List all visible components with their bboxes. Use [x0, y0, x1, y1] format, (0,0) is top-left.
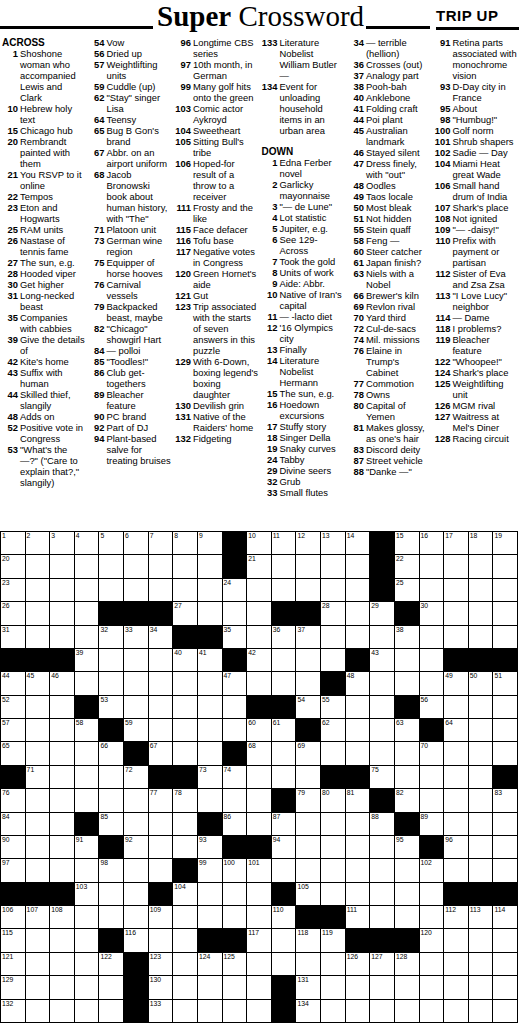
grid-cell-r15c13[interactable] — [296, 859, 321, 882]
grid-cell-r10c8[interactable] — [173, 742, 198, 765]
grid-cell-r9c2[interactable] — [26, 719, 51, 742]
grid-cell-r9c3[interactable] — [50, 719, 75, 742]
grid-cell-r12c21[interactable]: 83 — [493, 789, 518, 812]
grid-cell-r4c1[interactable]: 26 — [1, 602, 26, 625]
grid-cell-r21c11[interactable] — [247, 1000, 272, 1023]
grid-cell-r5c14[interactable] — [321, 626, 346, 649]
grid-cell-r12c4[interactable] — [75, 789, 100, 812]
grid-cell-r1c11[interactable]: 10 — [247, 532, 272, 555]
grid-cell-r8c2[interactable] — [26, 696, 51, 719]
grid-cell-r5c20[interactable] — [469, 626, 494, 649]
grid-cell-r9c16[interactable] — [370, 719, 395, 742]
grid-cell-r7c13[interactable] — [296, 672, 321, 695]
grid-cell-r4c9[interactable] — [198, 602, 223, 625]
grid-cell-r9c10[interactable] — [223, 719, 248, 742]
grid-cell-r7c19[interactable]: 49 — [444, 672, 469, 695]
grid-cell-r5c12[interactable]: 36 — [272, 626, 297, 649]
grid-cell-r16c4[interactable]: 103 — [75, 883, 100, 906]
grid-cell-r7c15[interactable]: 48 — [346, 672, 371, 695]
grid-cell-r5c3[interactable] — [50, 626, 75, 649]
grid-cell-r19c18[interactable] — [420, 953, 445, 976]
grid-cell-r21c16[interactable] — [370, 1000, 395, 1023]
grid-cell-r14c12[interactable]: 94 — [272, 836, 297, 859]
grid-cell-r16c8[interactable]: 104 — [173, 883, 198, 906]
grid-cell-r6c17[interactable] — [395, 649, 420, 672]
grid-cell-r8c14[interactable]: 55 — [321, 696, 346, 719]
grid-cell-r4c14[interactable]: 28 — [321, 602, 346, 625]
grid-cell-r5c19[interactable] — [444, 626, 469, 649]
grid-cell-r17c4[interactable] — [75, 906, 100, 929]
grid-cell-r2c17[interactable]: 22 — [395, 555, 420, 578]
grid-cell-r8c10[interactable] — [223, 696, 248, 719]
grid-cell-r14c13[interactable] — [296, 836, 321, 859]
grid-cell-r3c11[interactable] — [247, 579, 272, 602]
grid-cell-r18c20[interactable] — [469, 929, 494, 952]
grid-cell-r17c12[interactable]: 110 — [272, 906, 297, 929]
grid-cell-r11c5[interactable] — [99, 766, 124, 789]
grid-cell-r9c21[interactable] — [493, 719, 518, 742]
grid-cell-r10c17[interactable] — [395, 742, 420, 765]
grid-cell-r17c18[interactable] — [420, 906, 445, 929]
grid-cell-r9c4[interactable]: 58 — [75, 719, 100, 742]
grid-cell-r13c6[interactable] — [124, 813, 149, 836]
grid-cell-r19c8[interactable] — [173, 953, 198, 976]
grid-cell-r3c15[interactable] — [346, 579, 371, 602]
grid-cell-r18c6[interactable]: 116 — [124, 929, 149, 952]
grid-cell-r13c5[interactable]: 85 — [99, 813, 124, 836]
grid-cell-r15c7[interactable] — [149, 859, 174, 882]
grid-cell-r1c9[interactable]: 9 — [198, 532, 223, 555]
grid-cell-r16c14[interactable] — [321, 883, 346, 906]
grid-cell-r6c13[interactable] — [296, 649, 321, 672]
grid-cell-r1c20[interactable]: 18 — [469, 532, 494, 555]
grid-cell-r5c4[interactable] — [75, 626, 100, 649]
grid-cell-r9c14[interactable]: 62 — [321, 719, 346, 742]
grid-cell-r17c1[interactable]: 106 — [1, 906, 26, 929]
grid-cell-r19c16[interactable]: 127 — [370, 953, 395, 976]
grid-cell-r7c12[interactable] — [272, 672, 297, 695]
grid-cell-r7c3[interactable]: 46 — [50, 672, 75, 695]
grid-cell-r14c15[interactable] — [346, 836, 371, 859]
grid-cell-r18c3[interactable] — [50, 929, 75, 952]
grid-cell-r9c15[interactable] — [346, 719, 371, 742]
grid-cell-r15c1[interactable]: 97 — [1, 859, 26, 882]
grid-cell-r21c13[interactable]: 134 — [296, 1000, 321, 1023]
grid-cell-r12c7[interactable]: 77 — [149, 789, 174, 812]
grid-cell-r11c12[interactable] — [272, 766, 297, 789]
grid-cell-r8c20[interactable] — [469, 696, 494, 719]
grid-cell-r8c18[interactable]: 56 — [420, 696, 445, 719]
grid-cell-r13c13[interactable] — [296, 813, 321, 836]
grid-cell-r6c12[interactable] — [272, 649, 297, 672]
grid-cell-r17c20[interactable]: 113 — [469, 906, 494, 929]
grid-cell-r7c6[interactable] — [124, 672, 149, 695]
grid-cell-r19c7[interactable]: 123 — [149, 953, 174, 976]
grid-cell-r19c12[interactable] — [272, 953, 297, 976]
grid-cell-r2c18[interactable] — [420, 555, 445, 578]
grid-cell-r21c17[interactable] — [395, 1000, 420, 1023]
grid-cell-r2c7[interactable] — [149, 555, 174, 578]
grid-cell-r5c7[interactable]: 34 — [149, 626, 174, 649]
grid-cell-r7c9[interactable] — [198, 672, 223, 695]
grid-cell-r18c21[interactable] — [493, 929, 518, 952]
grid-cell-r7c21[interactable]: 51 — [493, 672, 518, 695]
grid-cell-r1c19[interactable]: 17 — [444, 532, 469, 555]
grid-cell-r5c5[interactable]: 32 — [99, 626, 124, 649]
grid-cell-r17c6[interactable] — [124, 906, 149, 929]
grid-cell-r4c3[interactable] — [50, 602, 75, 625]
grid-cell-r11c10[interactable]: 74 — [223, 766, 248, 789]
grid-cell-r19c4[interactable] — [75, 953, 100, 976]
grid-cell-r8c5[interactable]: 53 — [99, 696, 124, 719]
grid-cell-r2c8[interactable] — [173, 555, 198, 578]
grid-cell-r3c5[interactable] — [99, 579, 124, 602]
grid-cell-r12c19[interactable] — [444, 789, 469, 812]
grid-cell-r8c7[interactable] — [149, 696, 174, 719]
grid-cell-r9c19[interactable]: 64 — [444, 719, 469, 742]
grid-cell-r16c10[interactable] — [223, 883, 248, 906]
grid-cell-r2c20[interactable] — [469, 555, 494, 578]
grid-cell-r4c4[interactable] — [75, 602, 100, 625]
grid-cell-r1c7[interactable]: 7 — [149, 532, 174, 555]
grid-cell-r19c17[interactable]: 128 — [395, 953, 420, 976]
grid-cell-r5c18[interactable] — [420, 626, 445, 649]
grid-cell-r6c5[interactable] — [99, 649, 124, 672]
grid-cell-r14c3[interactable] — [50, 836, 75, 859]
grid-cell-r16c15[interactable] — [346, 883, 371, 906]
grid-cell-r15c10[interactable]: 100 — [223, 859, 248, 882]
grid-cell-r5c13[interactable]: 37 — [296, 626, 321, 649]
grid-cell-r8c8[interactable] — [173, 696, 198, 719]
grid-cell-r12c2[interactable] — [26, 789, 51, 812]
grid-cell-r17c10[interactable] — [223, 906, 248, 929]
grid-cell-r5c21[interactable] — [493, 626, 518, 649]
grid-cell-r20c18[interactable] — [420, 976, 445, 999]
grid-cell-r16c16[interactable] — [370, 883, 395, 906]
grid-cell-r10c18[interactable]: 70 — [420, 742, 445, 765]
grid-cell-r2c6[interactable] — [124, 555, 149, 578]
grid-cell-r12c15[interactable]: 81 — [346, 789, 371, 812]
grid-cell-r20c14[interactable] — [321, 976, 346, 999]
grid-cell-r7c2[interactable]: 45 — [26, 672, 51, 695]
grid-cell-r19c20[interactable] — [469, 953, 494, 976]
grid-cell-r15c3[interactable] — [50, 859, 75, 882]
grid-cell-r18c12[interactable] — [272, 929, 297, 952]
grid-cell-r8c1[interactable]: 52 — [1, 696, 26, 719]
grid-cell-r20c10[interactable] — [223, 976, 248, 999]
grid-cell-r8c9[interactable] — [198, 696, 223, 719]
grid-cell-r19c5[interactable]: 122 — [99, 953, 124, 976]
grid-cell-r13c18[interactable]: 89 — [420, 813, 445, 836]
grid-cell-r17c11[interactable] — [247, 906, 272, 929]
grid-cell-r5c6[interactable]: 33 — [124, 626, 149, 649]
grid-cell-r1c5[interactable]: 5 — [99, 532, 124, 555]
grid-cell-r13c15[interactable] — [346, 813, 371, 836]
grid-cell-r18c14[interactable]: 119 — [321, 929, 346, 952]
grid-cell-r20c8[interactable] — [173, 976, 198, 999]
grid-cell-r14c20[interactable] — [469, 836, 494, 859]
grid-cell-r10c1[interactable]: 65 — [1, 742, 26, 765]
grid-cell-r14c16[interactable] — [370, 836, 395, 859]
grid-cell-r14c9[interactable]: 93 — [198, 836, 223, 859]
grid-cell-r10c7[interactable]: 67 — [149, 742, 174, 765]
grid-cell-r12c17[interactable]: 82 — [395, 789, 420, 812]
grid-cell-r15c20[interactable] — [469, 859, 494, 882]
grid-cell-r14c1[interactable]: 90 — [1, 836, 26, 859]
grid-cell-r21c15[interactable] — [346, 1000, 371, 1023]
grid-cell-r1c21[interactable]: 19 — [493, 532, 518, 555]
grid-cell-r11c16[interactable]: 75 — [370, 766, 395, 789]
grid-cell-r15c15[interactable] — [346, 859, 371, 882]
grid-cell-r3c18[interactable] — [420, 579, 445, 602]
grid-cell-r5c17[interactable]: 38 — [395, 626, 420, 649]
grid-cell-r13c8[interactable] — [173, 813, 198, 836]
grid-cell-r3c7[interactable] — [149, 579, 174, 602]
grid-cell-r21c10[interactable] — [223, 1000, 248, 1023]
grid-cell-r1c17[interactable]: 15 — [395, 532, 420, 555]
grid-cell-r9c11[interactable]: 60 — [247, 719, 272, 742]
grid-cell-r17c8[interactable] — [173, 906, 198, 929]
grid-cell-r3c2[interactable] — [26, 579, 51, 602]
grid-cell-r14c21[interactable] — [493, 836, 518, 859]
grid-cell-r3c17[interactable]: 25 — [395, 579, 420, 602]
grid-cell-r10c20[interactable] — [469, 742, 494, 765]
grid-cell-r10c11[interactable]: 68 — [247, 742, 272, 765]
grid-cell-r4c8[interactable]: 27 — [173, 602, 198, 625]
grid-cell-r21c1[interactable]: 132 — [1, 1000, 26, 1023]
grid-cell-r18c18[interactable]: 120 — [420, 929, 445, 952]
grid-cell-r3c10[interactable]: 24 — [223, 579, 248, 602]
grid-cell-r15c5[interactable]: 98 — [99, 859, 124, 882]
grid-cell-r8c13[interactable]: 54 — [296, 696, 321, 719]
grid-cell-r20c13[interactable]: 131 — [296, 976, 321, 999]
grid-cell-r16c17[interactable] — [395, 883, 420, 906]
grid-cell-r17c17[interactable] — [395, 906, 420, 929]
grid-cell-r4c10[interactable] — [223, 602, 248, 625]
grid-cell-r14c4[interactable]: 91 — [75, 836, 100, 859]
grid-cell-r14c2[interactable] — [26, 836, 51, 859]
grid-cell-r9c20[interactable] — [469, 719, 494, 742]
grid-cell-r18c2[interactable] — [26, 929, 51, 952]
grid-cell-r13c21[interactable] — [493, 813, 518, 836]
grid-cell-r3c12[interactable] — [272, 579, 297, 602]
grid-cell-r1c2[interactable]: 2 — [26, 532, 51, 555]
grid-cell-r7c16[interactable] — [370, 672, 395, 695]
grid-cell-r11c6[interactable]: 72 — [124, 766, 149, 789]
grid-cell-r12c18[interactable] — [420, 789, 445, 812]
grid-cell-r10c16[interactable] — [370, 742, 395, 765]
grid-cell-r11c9[interactable]: 73 — [198, 766, 223, 789]
grid-cell-r7c17[interactable] — [395, 672, 420, 695]
grid-cell-r6c8[interactable]: 40 — [173, 649, 198, 672]
grid-cell-r20c1[interactable]: 129 — [1, 976, 26, 999]
grid-cell-r3c3[interactable] — [50, 579, 75, 602]
grid-cell-r5c16[interactable] — [370, 626, 395, 649]
grid-cell-r5c10[interactable]: 35 — [223, 626, 248, 649]
grid-cell-r9c7[interactable] — [149, 719, 174, 742]
grid-cell-r2c11[interactable]: 21 — [247, 555, 272, 578]
grid-cell-r18c7[interactable] — [149, 929, 174, 952]
grid-cell-r15c12[interactable] — [272, 859, 297, 882]
grid-cell-r19c19[interactable] — [444, 953, 469, 976]
grid-cell-r14c8[interactable] — [173, 836, 198, 859]
grid-cell-r2c15[interactable] — [346, 555, 371, 578]
grid-cell-r21c20[interactable] — [469, 1000, 494, 1023]
grid-cell-r17c19[interactable]: 112 — [444, 906, 469, 929]
grid-cell-r16c13[interactable]: 105 — [296, 883, 321, 906]
grid-cell-r3c14[interactable] — [321, 579, 346, 602]
grid-cell-r10c2[interactable] — [26, 742, 51, 765]
grid-cell-r2c9[interactable] — [198, 555, 223, 578]
grid-cell-r1c18[interactable]: 16 — [420, 532, 445, 555]
grid-cell-r3c13[interactable] — [296, 579, 321, 602]
grid-cell-r12c1[interactable]: 76 — [1, 789, 26, 812]
grid-cell-r8c19[interactable] — [444, 696, 469, 719]
grid-cell-r17c15[interactable]: 111 — [346, 906, 371, 929]
grid-cell-r6c7[interactable] — [149, 649, 174, 672]
grid-cell-r2c3[interactable] — [50, 555, 75, 578]
grid-cell-r20c21[interactable] — [493, 976, 518, 999]
grid-cell-r8c15[interactable] — [346, 696, 371, 719]
grid-cell-r2c19[interactable] — [444, 555, 469, 578]
grid-cell-r19c1[interactable]: 121 — [1, 953, 26, 976]
grid-cell-r18c4[interactable] — [75, 929, 100, 952]
grid-cell-r15c6[interactable] — [124, 859, 149, 882]
grid-cell-r15c19[interactable] — [444, 859, 469, 882]
grid-cell-r21c9[interactable] — [198, 1000, 223, 1023]
grid-cell-r10c19[interactable] — [444, 742, 469, 765]
grid-cell-r7c11[interactable] — [247, 672, 272, 695]
grid-cell-r12c10[interactable] — [223, 789, 248, 812]
grid-cell-r13c20[interactable] — [469, 813, 494, 836]
grid-cell-r20c9[interactable] — [198, 976, 223, 999]
grid-cell-r11c19[interactable] — [444, 766, 469, 789]
grid-cell-r21c3[interactable] — [50, 1000, 75, 1023]
grid-cell-r9c8[interactable] — [173, 719, 198, 742]
grid-cell-r16c9[interactable] — [198, 883, 223, 906]
grid-cell-r19c10[interactable]: 125 — [223, 953, 248, 976]
grid-cell-r17c2[interactable]: 107 — [26, 906, 51, 929]
grid-cell-r12c5[interactable] — [99, 789, 124, 812]
grid-cell-r11c2[interactable]: 71 — [26, 766, 51, 789]
grid-cell-r15c21[interactable] — [493, 859, 518, 882]
grid-cell-r10c21[interactable] — [493, 742, 518, 765]
grid-cell-r4c20[interactable] — [469, 602, 494, 625]
grid-cell-r9c17[interactable]: 63 — [395, 719, 420, 742]
grid-cell-r2c4[interactable] — [75, 555, 100, 578]
grid-cell-r14c6[interactable]: 92 — [124, 836, 149, 859]
grid-cell-r4c15[interactable] — [346, 602, 371, 625]
grid-cell-r1c3[interactable]: 3 — [50, 532, 75, 555]
grid-cell-r2c13[interactable] — [296, 555, 321, 578]
grid-cell-r4c16[interactable]: 29 — [370, 602, 395, 625]
grid-cell-r17c21[interactable]: 114 — [493, 906, 518, 929]
grid-cell-r15c16[interactable] — [370, 859, 395, 882]
grid-cell-r18c13[interactable]: 118 — [296, 929, 321, 952]
grid-cell-r3c9[interactable] — [198, 579, 223, 602]
grid-cell-r20c3[interactable] — [50, 976, 75, 999]
grid-cell-r12c14[interactable]: 80 — [321, 789, 346, 812]
grid-cell-r9c6[interactable]: 59 — [124, 719, 149, 742]
grid-cell-r4c18[interactable]: 30 — [420, 602, 445, 625]
grid-cell-r3c1[interactable]: 23 — [1, 579, 26, 602]
grid-cell-r17c3[interactable]: 108 — [50, 906, 75, 929]
grid-cell-r17c9[interactable] — [198, 906, 223, 929]
grid-cell-r9c1[interactable]: 57 — [1, 719, 26, 742]
grid-cell-r13c16[interactable]: 88 — [370, 813, 395, 836]
grid-cell-r7c1[interactable]: 44 — [1, 672, 26, 695]
grid-cell-r14c17[interactable]: 95 — [395, 836, 420, 859]
grid-cell-r1c1[interactable]: 1 — [1, 532, 26, 555]
grid-cell-r16c6[interactable] — [124, 883, 149, 906]
grid-cell-r2c2[interactable] — [26, 555, 51, 578]
grid-cell-r2c12[interactable] — [272, 555, 297, 578]
grid-cell-r20c7[interactable]: 130 — [149, 976, 174, 999]
grid-cell-r10c4[interactable] — [75, 742, 100, 765]
grid-cell-r15c2[interactable] — [26, 859, 51, 882]
grid-cell-r13c14[interactable] — [321, 813, 346, 836]
grid-cell-r10c3[interactable] — [50, 742, 75, 765]
grid-cell-r2c14[interactable] — [321, 555, 346, 578]
grid-cell-r21c18[interactable] — [420, 1000, 445, 1023]
grid-cell-r6c4[interactable]: 39 — [75, 649, 100, 672]
grid-cell-r7c5[interactable] — [99, 672, 124, 695]
grid-cell-r16c18[interactable] — [420, 883, 445, 906]
grid-cell-r12c20[interactable] — [469, 789, 494, 812]
grid-cell-r3c21[interactable] — [493, 579, 518, 602]
grid-cell-r13c3[interactable] — [50, 813, 75, 836]
grid-cell-r2c1[interactable]: 20 — [1, 555, 26, 578]
grid-cell-r15c11[interactable]: 101 — [247, 859, 272, 882]
grid-cell-r9c12[interactable]: 61 — [272, 719, 297, 742]
grid-cell-r19c21[interactable] — [493, 953, 518, 976]
grid-cell-r1c4[interactable]: 4 — [75, 532, 100, 555]
grid-cell-r13c7[interactable] — [149, 813, 174, 836]
grid-cell-r6c16[interactable]: 43 — [370, 649, 395, 672]
grid-cell-r12c6[interactable] — [124, 789, 149, 812]
grid-cell-r8c21[interactable] — [493, 696, 518, 719]
grid-cell-r19c15[interactable]: 126 — [346, 953, 371, 976]
grid-cell-r12c11[interactable] — [247, 789, 272, 812]
grid-cell-r6c14[interactable] — [321, 649, 346, 672]
grid-cell-r19c2[interactable] — [26, 953, 51, 976]
grid-cell-r13c12[interactable]: 87 — [272, 813, 297, 836]
grid-cell-r3c4[interactable] — [75, 579, 100, 602]
grid-cell-r11c20[interactable] — [469, 766, 494, 789]
grid-cell-r18c11[interactable]: 117 — [247, 929, 272, 952]
grid-cell-r18c19[interactable] — [444, 929, 469, 952]
grid-cell-r3c6[interactable] — [124, 579, 149, 602]
grid-cell-r4c19[interactable] — [444, 602, 469, 625]
grid-cell-r19c9[interactable]: 124 — [198, 953, 223, 976]
grid-cell-r5c11[interactable] — [247, 626, 272, 649]
grid-cell-r11c3[interactable] — [50, 766, 75, 789]
grid-cell-r21c7[interactable]: 133 — [149, 1000, 174, 1023]
grid-cell-r1c8[interactable]: 8 — [173, 532, 198, 555]
grid-cell-r14c14[interactable] — [321, 836, 346, 859]
grid-cell-r13c19[interactable] — [444, 813, 469, 836]
grid-cell-r6c6[interactable] — [124, 649, 149, 672]
grid-cell-r20c4[interactable] — [75, 976, 100, 999]
grid-cell-r21c19[interactable] — [444, 1000, 469, 1023]
grid-cell-r13c11[interactable] — [247, 813, 272, 836]
grid-cell-r11c17[interactable] — [395, 766, 420, 789]
grid-cell-r14c7[interactable] — [149, 836, 174, 859]
grid-cell-r20c15[interactable] — [346, 976, 371, 999]
grid-cell-r19c13[interactable] — [296, 953, 321, 976]
grid-cell-r20c5[interactable] — [99, 976, 124, 999]
grid-cell-r13c1[interactable]: 84 — [1, 813, 26, 836]
